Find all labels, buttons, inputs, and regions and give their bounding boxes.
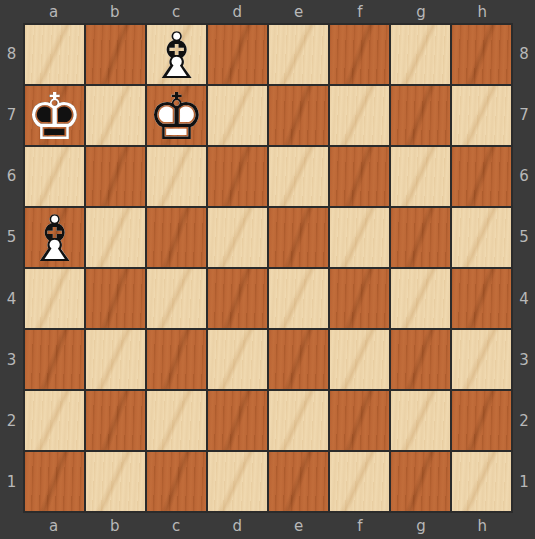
square-g3[interactable] [391,330,450,389]
piece-black-king[interactable]: ♚♔ [25,86,84,145]
file-label-f: f [329,0,390,23]
square-h4[interactable] [452,269,511,328]
square-c1[interactable] [147,452,206,511]
square-b7[interactable] [86,86,145,145]
rank-label-8: 8 [513,23,535,84]
square-g1[interactable] [391,452,450,511]
square-b1[interactable] [86,452,145,511]
piece-white-bishop[interactable]: ♝♗ [147,25,206,84]
rank-label-1: 1 [0,452,23,513]
white-king-outline-icon: ♔ [148,85,205,149]
square-f3[interactable] [330,330,389,389]
rank-label-4: 4 [513,268,535,329]
square-a1[interactable] [25,452,84,511]
square-a3[interactable] [25,330,84,389]
square-g6[interactable] [391,147,450,206]
square-f6[interactable] [330,147,389,206]
file-label-e: e [268,0,329,23]
rank-label-7: 7 [0,84,23,145]
rank-label-5: 5 [0,207,23,268]
white-bishop-outline-icon: ♗ [26,207,83,271]
square-a5[interactable]: ♝♗ [25,208,84,267]
square-e4[interactable] [269,269,328,328]
file-label-e: e [268,513,329,539]
square-d2[interactable] [208,391,267,450]
file-label-g: g [391,0,452,23]
square-a2[interactable] [25,391,84,450]
black-king-outline-icon: ♔ [26,85,83,149]
square-d6[interactable] [208,147,267,206]
rank-label-5: 5 [513,207,535,268]
rank-label-6: 6 [513,146,535,207]
square-b5[interactable] [86,208,145,267]
rank-label-8: 8 [0,23,23,84]
file-label-a: a [23,513,84,539]
square-f1[interactable] [330,452,389,511]
rank-label-2: 2 [0,391,23,452]
square-g2[interactable] [391,391,450,450]
square-g7[interactable] [391,86,450,145]
file-label-a: a [23,0,84,23]
square-e3[interactable] [269,330,328,389]
square-e2[interactable] [269,391,328,450]
square-d1[interactable] [208,452,267,511]
rank-label-4: 4 [0,268,23,329]
file-label-d: d [207,0,268,23]
square-g4[interactable] [391,269,450,328]
square-a8[interactable] [25,25,84,84]
rank-label-1: 1 [513,452,535,513]
square-f4[interactable] [330,269,389,328]
rank-labels-right: 87654321 [513,23,535,513]
square-c3[interactable] [147,330,206,389]
square-g8[interactable] [391,25,450,84]
square-c4[interactable] [147,269,206,328]
file-labels-bottom: abcdefgh [23,513,513,539]
rank-label-3: 3 [0,329,23,390]
square-h3[interactable] [452,330,511,389]
square-c2[interactable] [147,391,206,450]
square-c6[interactable] [147,147,206,206]
rank-labels-left: 87654321 [0,23,23,513]
square-a6[interactable] [25,147,84,206]
square-h7[interactable] [452,86,511,145]
square-h1[interactable] [452,452,511,511]
rank-label-3: 3 [513,329,535,390]
square-c7[interactable]: ♚♔ [147,86,206,145]
rank-label-7: 7 [513,84,535,145]
square-h2[interactable] [452,391,511,450]
square-b2[interactable] [86,391,145,450]
square-e6[interactable] [269,147,328,206]
square-f5[interactable] [330,208,389,267]
white-bishop-outline-icon: ♗ [148,24,205,88]
file-label-g: g [391,513,452,539]
square-e7[interactable] [269,86,328,145]
chess-board: ♝♗♚♔♚♔♝♗ [23,23,513,513]
square-e8[interactable] [269,25,328,84]
square-h5[interactable] [452,208,511,267]
square-d8[interactable] [208,25,267,84]
file-label-c: c [146,513,207,539]
square-h6[interactable] [452,147,511,206]
rank-label-6: 6 [0,146,23,207]
square-f2[interactable] [330,391,389,450]
square-b3[interactable] [86,330,145,389]
square-h8[interactable] [452,25,511,84]
square-c8[interactable]: ♝♗ [147,25,206,84]
square-b8[interactable] [86,25,145,84]
square-a7[interactable]: ♚♔ [25,86,84,145]
square-d5[interactable] [208,208,267,267]
file-label-f: f [329,513,390,539]
square-e5[interactable] [269,208,328,267]
file-label-b: b [84,513,145,539]
square-a4[interactable] [25,269,84,328]
square-d7[interactable] [208,86,267,145]
piece-white-bishop[interactable]: ♝♗ [25,208,84,267]
piece-white-king[interactable]: ♚♔ [147,86,206,145]
square-b6[interactable] [86,147,145,206]
rank-label-2: 2 [513,391,535,452]
square-c5[interactable] [147,208,206,267]
file-labels-top: abcdefgh [23,0,513,23]
square-e1[interactable] [269,452,328,511]
file-label-h: h [452,0,513,23]
square-d4[interactable] [208,269,267,328]
file-label-h: h [452,513,513,539]
square-g5[interactable] [391,208,450,267]
square-b4[interactable] [86,269,145,328]
file-label-d: d [207,513,268,539]
square-f7[interactable] [330,86,389,145]
file-label-b: b [84,0,145,23]
square-d3[interactable] [208,330,267,389]
square-f8[interactable] [330,25,389,84]
